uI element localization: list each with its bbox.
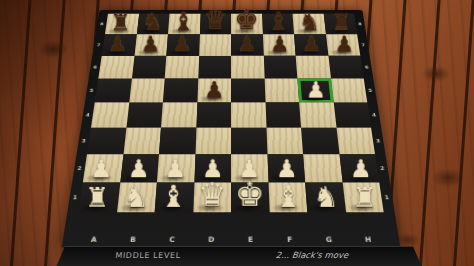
square-g3[interactable] [301, 128, 339, 155]
square-a3[interactable] [87, 128, 126, 155]
chess-app-screen: ♜♞♝♛♚♝♞♜♟♟♟♟♟♟♟♟♟♟♟♟♟♟♟♟♜♞♝♛♚♝♞♜ ABCDEFG… [0, 0, 474, 266]
square-a5[interactable] [95, 79, 132, 103]
square-f4[interactable] [265, 102, 301, 127]
white-rook-h1[interactable]: ♜ [352, 184, 377, 212]
white-pawn-b2[interactable]: ♟ [127, 157, 149, 182]
black-pawn-c7[interactable]: ♟ [173, 34, 192, 56]
black-king-e8[interactable]: ♚ [234, 6, 259, 33]
white-bishop-f1[interactable]: ♝ [275, 181, 302, 211]
square-f5[interactable] [264, 79, 299, 103]
black-pawn-g7[interactable]: ♟ [302, 34, 321, 56]
file-label-d: D [192, 234, 231, 246]
square-a6[interactable] [98, 56, 134, 79]
square-e6[interactable] [231, 56, 264, 79]
file-label-f: F [270, 234, 310, 246]
square-d7[interactable] [199, 34, 231, 56]
square-b1[interactable]: ♞ [116, 182, 156, 212]
black-pawn-e7[interactable]: ♟ [237, 34, 256, 56]
move-status-text: 2... Black's move [275, 250, 348, 260]
black-pawn-h7[interactable]: ♟ [334, 34, 353, 56]
square-c5[interactable] [163, 79, 198, 103]
black-queen-d8[interactable]: ♛ [203, 7, 227, 33]
square-d5[interactable]: ♟ [197, 79, 231, 103]
board-front-face: MIDDLE LEVEL 2... Black's move [56, 246, 422, 266]
file-label-e: E [231, 234, 270, 246]
square-d4[interactable] [196, 102, 231, 127]
square-b6[interactable] [131, 56, 166, 79]
white-pawn-h2[interactable]: ♟ [350, 157, 372, 182]
square-d1[interactable]: ♛ [193, 182, 231, 212]
square-c1[interactable]: ♝ [155, 182, 194, 212]
square-h2[interactable]: ♟ [339, 154, 379, 182]
square-a4[interactable] [91, 102, 129, 127]
square-a2[interactable]: ♟ [83, 154, 123, 182]
white-pawn-a2[interactable]: ♟ [90, 157, 112, 182]
square-h4[interactable] [333, 102, 371, 127]
black-pawn-a7[interactable]: ♟ [108, 34, 127, 56]
square-g5[interactable]: ♟ [297, 79, 333, 103]
square-h7[interactable]: ♟ [326, 34, 361, 56]
black-rook-h8[interactable]: ♜ [331, 11, 351, 34]
square-a7[interactable]: ♟ [102, 34, 137, 56]
square-h3[interactable] [336, 128, 375, 155]
white-king-e1[interactable]: ♚ [235, 178, 265, 211]
square-g7[interactable]: ♟ [294, 34, 328, 56]
file-label-a: A [73, 234, 114, 246]
board-grid: ♜♞♝♛♚♝♞♜♟♟♟♟♟♟♟♟♟♟♟♟♟♟♟♟♜♞♝♛♚♝♞♜ [78, 14, 383, 213]
square-g2[interactable] [303, 154, 342, 182]
white-pawn-f2[interactable]: ♟ [275, 157, 297, 182]
square-c7[interactable]: ♟ [166, 34, 199, 56]
square-f2[interactable]: ♟ [267, 154, 305, 182]
square-c4[interactable] [161, 102, 197, 127]
square-d3[interactable] [195, 128, 231, 155]
white-knight-g1[interactable]: ♞ [313, 183, 339, 212]
square-e7[interactable]: ♟ [231, 34, 263, 56]
black-bishop-f8[interactable]: ♝ [267, 9, 289, 34]
white-bishop-c1[interactable]: ♝ [160, 181, 187, 211]
white-knight-b1[interactable]: ♞ [123, 183, 149, 212]
square-b4[interactable] [126, 102, 163, 127]
file-label-b: B [113, 234, 153, 246]
file-label-g: G [309, 234, 349, 246]
square-f6[interactable] [263, 56, 297, 79]
square-e3[interactable] [231, 128, 267, 155]
black-pawn-b7[interactable]: ♟ [141, 34, 160, 56]
square-e5[interactable] [231, 79, 265, 103]
square-e4[interactable] [231, 102, 266, 127]
chess-board: ♜♞♝♛♚♝♞♜♟♟♟♟♟♟♟♟♟♟♟♟♟♟♟♟♜♞♝♛♚♝♞♜ ABCDEFG… [61, 10, 400, 249]
square-c3[interactable] [159, 128, 196, 155]
file-label-c: C [152, 234, 192, 246]
white-rook-a1[interactable]: ♜ [85, 184, 110, 212]
square-f3[interactable] [266, 128, 303, 155]
square-e1[interactable]: ♚ [231, 182, 269, 212]
square-c6[interactable] [165, 56, 199, 79]
square-g1[interactable]: ♞ [305, 182, 345, 212]
square-b2[interactable]: ♟ [120, 154, 159, 182]
square-h6[interactable] [328, 56, 364, 79]
square-f7[interactable]: ♟ [263, 34, 296, 56]
white-pawn-c2[interactable]: ♟ [164, 157, 186, 182]
white-pawn-g5[interactable]: ♟ [306, 79, 326, 102]
square-h1[interactable]: ♜ [342, 182, 384, 212]
square-g6[interactable] [296, 56, 331, 79]
black-pawn-f7[interactable]: ♟ [270, 34, 289, 56]
square-a1[interactable]: ♜ [78, 182, 120, 212]
square-f1[interactable]: ♝ [268, 182, 307, 212]
black-knight-g8[interactable]: ♞ [299, 10, 320, 34]
square-h5[interactable] [331, 79, 368, 103]
file-labels: ABCDEFGH [73, 234, 389, 246]
white-queen-d1[interactable]: ♛ [198, 179, 227, 211]
square-d8[interactable]: ♛ [199, 14, 231, 34]
file-label-h: H [348, 234, 389, 246]
square-b3[interactable] [123, 128, 161, 155]
black-knight-b8[interactable]: ♞ [142, 10, 163, 34]
square-b7[interactable]: ♟ [134, 34, 168, 56]
square-d6[interactable] [198, 56, 231, 79]
black-pawn-d5[interactable]: ♟ [204, 79, 224, 102]
square-c2[interactable]: ♟ [157, 154, 195, 182]
level-label: MIDDLE LEVEL [115, 251, 181, 260]
square-g4[interactable] [299, 102, 336, 127]
square-b5[interactable] [129, 79, 165, 103]
black-rook-a8[interactable]: ♜ [111, 11, 131, 34]
black-bishop-c8[interactable]: ♝ [173, 9, 195, 34]
